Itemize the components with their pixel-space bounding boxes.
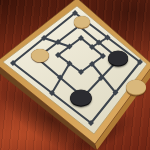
white-piece-middle-top[interactable]: ●● xyxy=(72,10,93,31)
black-piece-glyph: ● xyxy=(67,86,95,107)
black-piece-glyph: ● xyxy=(105,47,131,66)
scene: ●●●●●●●●●● xyxy=(0,0,150,150)
white-piece-off-grid-se-margin[interactable]: ●● xyxy=(123,72,149,98)
white-piece-glyph: ● xyxy=(29,45,52,62)
white-piece-glyph: ● xyxy=(123,76,149,95)
white-piece-middle-left[interactable]: ●● xyxy=(29,42,52,65)
white-piece-glyph: ● xyxy=(72,13,93,29)
black-piece-middle-bottom[interactable]: ●● xyxy=(67,82,95,110)
black-piece-middle-right[interactable]: ●● xyxy=(105,43,131,69)
